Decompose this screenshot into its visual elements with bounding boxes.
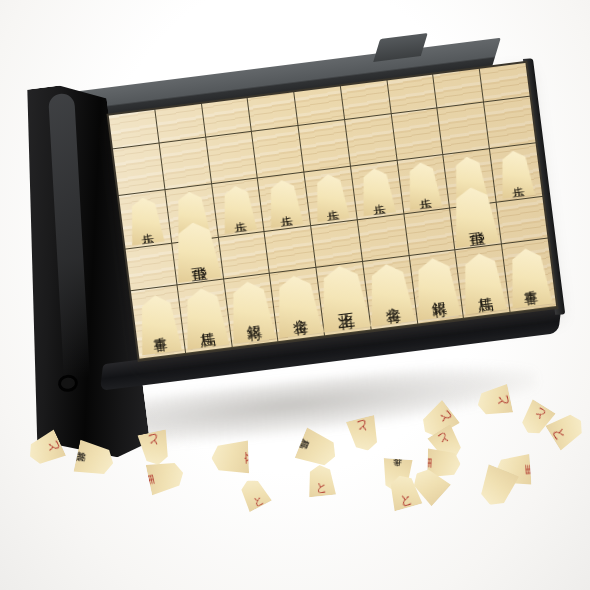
piece-kanji: 銀将: [92, 454, 94, 464]
board-cell: [345, 115, 397, 166]
piece-kanji: 桂馬: [315, 444, 319, 453]
piece-kanji: と: [528, 409, 545, 427]
piece-kanji: 桂馬: [475, 284, 490, 288]
piece-kanji: 飛車: [467, 217, 483, 221]
piece-kanji: 馬: [514, 463, 515, 476]
board-cell: [155, 104, 206, 143]
board-cell: [497, 197, 548, 243]
case-edge-highlight: [48, 93, 91, 394]
board-cell: [265, 226, 317, 272]
piece-kanji: 歩兵: [278, 204, 291, 208]
loose-piece[interactable]: 桂馬: [294, 426, 341, 471]
board-cell: [202, 98, 253, 137]
board-cell: [341, 80, 392, 119]
loose-piece[interactable]: と: [305, 463, 336, 497]
board-cell: [404, 209, 456, 255]
piece-kanji: 金将: [290, 307, 305, 311]
piece-kanji: と: [396, 484, 413, 502]
board-cell: [387, 75, 438, 114]
board-cell: [159, 138, 211, 189]
piece-kanji: 王将: [335, 299, 352, 303]
board-cell: [484, 97, 535, 148]
piece-kanji: と: [314, 474, 327, 489]
piece-kanji: と: [487, 393, 504, 409]
board-cell: [206, 132, 258, 183]
piece-kanji: 飛車: [189, 252, 205, 256]
piece-kanji: 歩兵: [393, 473, 402, 474]
piece-kanji: 香車: [152, 325, 166, 329]
piece-kanji: と: [437, 434, 454, 452]
piece-kanji: 歩兵: [324, 198, 337, 202]
piece-kanji: 歩兵: [417, 187, 430, 191]
piece-kanji: 馬: [163, 470, 166, 483]
board-cell: [311, 220, 363, 266]
piece-kanji: 銀将: [244, 313, 259, 317]
board-cell: [248, 92, 299, 131]
piece-kanji: 香車: [522, 279, 536, 283]
piece-kanji: 歩兵: [510, 175, 523, 179]
board-cell: [252, 126, 304, 177]
board-cell: [109, 110, 160, 149]
piece-kanji: 歩兵: [232, 210, 245, 214]
piece-kanji: 歩兵: [139, 222, 152, 226]
board-cell: [392, 109, 444, 160]
piece-kanji: と: [247, 486, 263, 502]
loose-piece[interactable]: 竜: [211, 439, 249, 474]
piece-kanji: 歩兵: [463, 181, 476, 185]
shogi-board: 歩兵歩兵歩兵歩兵歩兵歩兵歩兵歩兵歩兵飛車飛車香車桂馬銀将金将王将金将銀将桂馬香車: [107, 61, 559, 362]
piece-kanji: と: [356, 424, 372, 442]
board-cell: [480, 63, 530, 102]
scene: 歩兵歩兵歩兵歩兵歩兵歩兵歩兵歩兵歩兵飛車飛車香車桂馬銀将金将王将金将銀将桂馬香車…: [0, 0, 590, 590]
board-cell: [299, 120, 351, 171]
board-cell: [294, 86, 345, 125]
piece-kanji: 銀将: [429, 289, 444, 293]
piece-kanji: 金将: [383, 295, 398, 299]
loose-piece[interactable]: と: [236, 474, 273, 512]
board-cell: [434, 69, 485, 108]
board-cell: [113, 144, 165, 195]
piece-kanji: 歩兵: [371, 192, 384, 196]
board-cell: [219, 232, 271, 278]
piece-kanji: と: [556, 420, 575, 439]
board-cell: [358, 215, 410, 261]
piece-kanji: と: [147, 438, 163, 455]
piece-kanji: と: [37, 439, 56, 457]
piece-kanji: 桂馬: [198, 319, 213, 323]
board-cell: [438, 103, 490, 154]
board-cell: [126, 244, 178, 290]
piece-kanji: 歩兵: [186, 216, 199, 220]
